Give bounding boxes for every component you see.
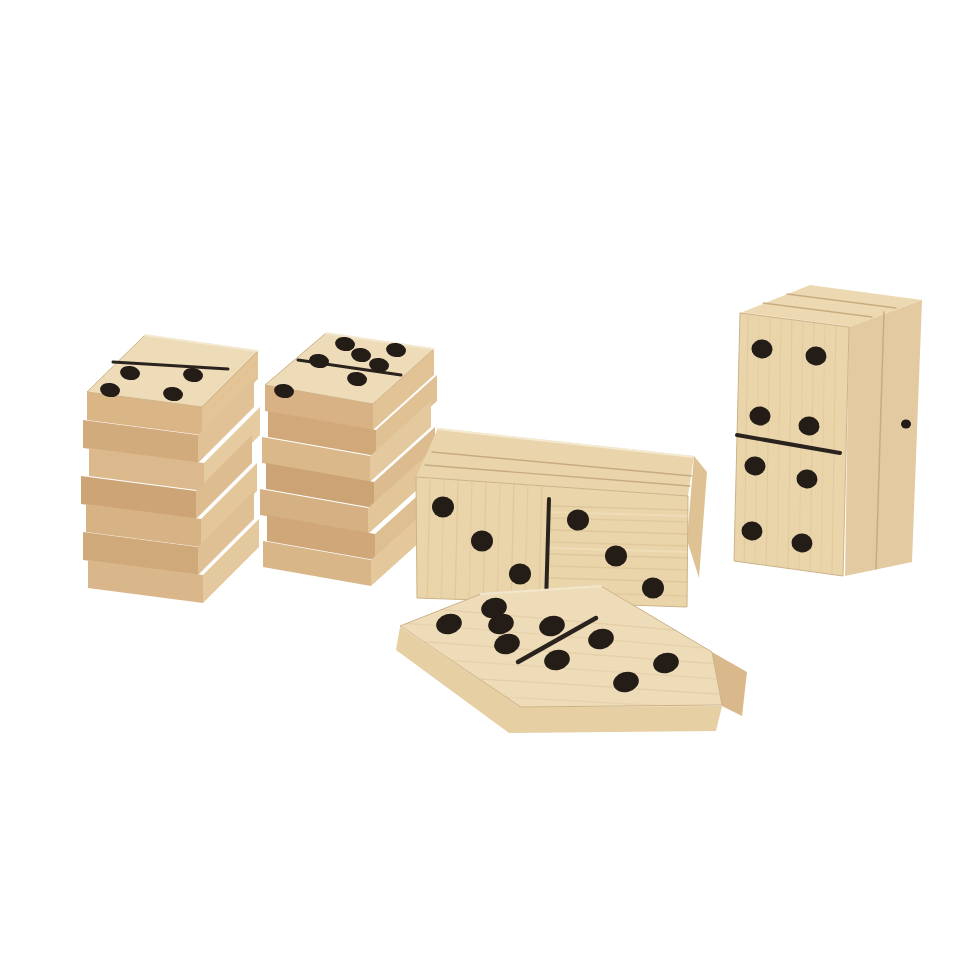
domino-pip xyxy=(432,497,454,518)
partial-pip-on-edge xyxy=(901,420,911,429)
dominoes-photo-canvas xyxy=(0,0,960,960)
domino-pip xyxy=(567,510,589,531)
domino-pip xyxy=(471,531,493,552)
domino-pip xyxy=(509,564,531,585)
domino-pip xyxy=(605,546,627,567)
product-photo xyxy=(0,0,960,960)
domino-pip xyxy=(642,578,664,599)
